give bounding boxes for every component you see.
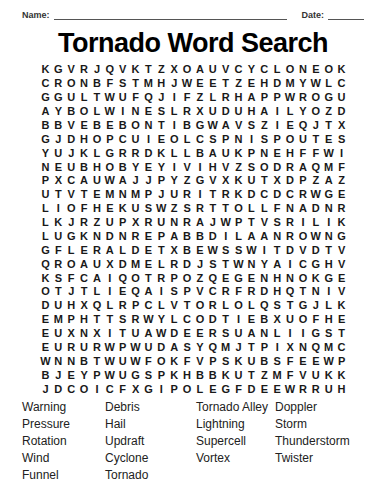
grid-cell: X bbox=[168, 243, 181, 257]
grid-cell: R bbox=[297, 188, 310, 202]
grid-cell: J bbox=[142, 174, 155, 188]
grid-cell: M bbox=[322, 341, 335, 355]
grid-cell: M bbox=[219, 341, 232, 355]
grid-cell: R bbox=[309, 382, 322, 396]
grid-cell: W bbox=[103, 174, 116, 188]
grid-cell: L bbox=[168, 313, 181, 327]
grid-cell: L bbox=[39, 202, 52, 216]
grid-cell: G bbox=[142, 382, 155, 396]
grid-cell: G bbox=[219, 382, 232, 396]
grid-cell: T bbox=[284, 299, 297, 313]
word-search-grid: KGVRJQVKTZXOAUVCYCLONEOKCRONBFSTMHJWEETZ… bbox=[39, 63, 348, 396]
name-label: Name: bbox=[22, 10, 50, 20]
grid-cell: H bbox=[91, 160, 104, 174]
grid-cell: I bbox=[168, 91, 181, 105]
grid-cell: E bbox=[142, 257, 155, 271]
grid-cell: W bbox=[103, 105, 116, 119]
grid-cell: K bbox=[52, 216, 65, 230]
grid-cell: P bbox=[129, 299, 142, 313]
grid-cell: I bbox=[271, 105, 284, 119]
grid-cell: D bbox=[309, 202, 322, 216]
grid-cell: W bbox=[206, 243, 219, 257]
grid-cell: T bbox=[219, 77, 232, 91]
grid-cell: U bbox=[142, 341, 155, 355]
grid-cell: U bbox=[52, 146, 65, 160]
grid-cell: Y bbox=[129, 160, 142, 174]
grid-cell: K bbox=[116, 202, 129, 216]
grid-cell: Z bbox=[232, 77, 245, 91]
grid-cell: D bbox=[52, 382, 65, 396]
grid-cell: U bbox=[245, 354, 258, 368]
grid-cell: N bbox=[309, 285, 322, 299]
grid-cell: X bbox=[65, 327, 78, 341]
grid-cell: K bbox=[78, 230, 91, 244]
grid-cell: V bbox=[335, 243, 348, 257]
grid-cell: V bbox=[219, 160, 232, 174]
grid-cell: T bbox=[271, 243, 284, 257]
grid-cell: R bbox=[91, 341, 104, 355]
grid-cell: Z bbox=[155, 63, 168, 77]
grid-cell: T bbox=[258, 174, 271, 188]
grid-cell: C bbox=[335, 77, 348, 91]
grid-cell: O bbox=[322, 63, 335, 77]
grid-cell: J bbox=[309, 119, 322, 133]
grid-cell: V bbox=[116, 63, 129, 77]
grid-cell: B bbox=[91, 77, 104, 91]
grid-cell: P bbox=[271, 132, 284, 146]
grid-cell: P bbox=[206, 354, 219, 368]
grid-cell: X bbox=[271, 313, 284, 327]
grid-cell: D bbox=[116, 257, 129, 271]
grid-cell: R bbox=[78, 216, 91, 230]
grid-cell: T bbox=[103, 313, 116, 327]
grid-cell: T bbox=[78, 285, 91, 299]
grid-cell: Z bbox=[322, 105, 335, 119]
grid-cell: S bbox=[245, 160, 258, 174]
grid-cell: W bbox=[129, 341, 142, 355]
grid-cell: U bbox=[232, 327, 245, 341]
grid-cell: L bbox=[322, 77, 335, 91]
grid-cell: S bbox=[181, 202, 194, 216]
grid-cell: O bbox=[181, 382, 194, 396]
grid-cell: R bbox=[116, 299, 129, 313]
grid-cell: O bbox=[297, 313, 310, 327]
grid-cell: G bbox=[322, 91, 335, 105]
grid-cell: U bbox=[309, 368, 322, 382]
grid-cell: P bbox=[297, 174, 310, 188]
grid-cell: P bbox=[168, 382, 181, 396]
grid-cell: X bbox=[91, 327, 104, 341]
grid-cell: L bbox=[271, 327, 284, 341]
grid-cell: J bbox=[155, 188, 168, 202]
grid-cell: C bbox=[335, 341, 348, 355]
grid-cell: K bbox=[335, 299, 348, 313]
grid-cell: A bbox=[219, 119, 232, 133]
grid-cell: W bbox=[39, 354, 52, 368]
grid-cell: S bbox=[322, 327, 335, 341]
grid-cell: G bbox=[194, 174, 207, 188]
grid-cell: R bbox=[219, 285, 232, 299]
grid-cell: D bbox=[245, 382, 258, 396]
grid-cell: Q bbox=[206, 341, 219, 355]
grid-cell: F bbox=[297, 146, 310, 160]
grid-cell: C bbox=[116, 132, 129, 146]
grid-cell: N bbox=[258, 146, 271, 160]
word-list-item: Cyclone bbox=[105, 450, 196, 467]
grid-cell: R bbox=[206, 299, 219, 313]
grid-cell: B bbox=[52, 119, 65, 133]
grid-cell: Q bbox=[258, 299, 271, 313]
grid-cell: S bbox=[142, 202, 155, 216]
grid-cell: E bbox=[194, 77, 207, 91]
grid-cell: O bbox=[258, 160, 271, 174]
grid-cell: H bbox=[271, 285, 284, 299]
grid-cell: T bbox=[322, 119, 335, 133]
grid-cell: N bbox=[284, 202, 297, 216]
grid-cell: L bbox=[181, 132, 194, 146]
grid-cell: N bbox=[129, 105, 142, 119]
grid-cell: H bbox=[322, 257, 335, 271]
grid-cell: U bbox=[322, 382, 335, 396]
grid-cell: J bbox=[155, 91, 168, 105]
grid-cell: G bbox=[297, 299, 310, 313]
grid-cell: U bbox=[206, 105, 219, 119]
grid-cell: N bbox=[297, 63, 310, 77]
grid-cell: G bbox=[103, 146, 116, 160]
grid-cell: U bbox=[155, 216, 168, 230]
grid-cell: N bbox=[258, 327, 271, 341]
grid-cell: C bbox=[258, 188, 271, 202]
grid-cell: D bbox=[284, 243, 297, 257]
grid-cell: I bbox=[219, 230, 232, 244]
grid-cell: P bbox=[335, 354, 348, 368]
grid-cell: A bbox=[78, 257, 91, 271]
grid-cell: W bbox=[142, 313, 155, 327]
grid-cell: C bbox=[297, 257, 310, 271]
grid-cell: S bbox=[271, 299, 284, 313]
grid-cell: O bbox=[284, 132, 297, 146]
word-list-item: Debris bbox=[105, 399, 196, 416]
grid-cell: B bbox=[78, 160, 91, 174]
grid-cell: A bbox=[245, 230, 258, 244]
grid-cell: B bbox=[181, 230, 194, 244]
grid-cell: R bbox=[219, 91, 232, 105]
grid-cell: J bbox=[91, 63, 104, 77]
grid-cell: F bbox=[335, 160, 348, 174]
grid-cell: N bbox=[322, 202, 335, 216]
grid-cell: A bbox=[91, 271, 104, 285]
grid-cell: K bbox=[232, 146, 245, 160]
grid-cell: T bbox=[206, 188, 219, 202]
grid-cell: O bbox=[297, 230, 310, 244]
grid-cell: N bbox=[52, 354, 65, 368]
grid-cell: R bbox=[181, 188, 194, 202]
grid-cell: R bbox=[181, 105, 194, 119]
grid-cell: N bbox=[271, 230, 284, 244]
grid-cell: D bbox=[335, 105, 348, 119]
grid-cell: R bbox=[168, 257, 181, 271]
grid-cell: G bbox=[335, 230, 348, 244]
grid-cell: M bbox=[142, 77, 155, 91]
grid-cell: A bbox=[142, 285, 155, 299]
grid-cell: I bbox=[194, 188, 207, 202]
grid-cell: S bbox=[52, 271, 65, 285]
grid-cell: J bbox=[194, 257, 207, 271]
grid-cell: J bbox=[206, 216, 219, 230]
grid-cell: A bbox=[194, 63, 207, 77]
grid-cell: L bbox=[91, 105, 104, 119]
grid-cell: Y bbox=[245, 63, 258, 77]
grid-cell: P bbox=[155, 174, 168, 188]
grid-cell: D bbox=[271, 188, 284, 202]
word-list-item: Twister bbox=[275, 450, 376, 467]
grid-cell: F bbox=[284, 354, 297, 368]
grid-cell: A bbox=[78, 174, 91, 188]
grid-cell: I bbox=[91, 382, 104, 396]
grid-cell: L bbox=[39, 230, 52, 244]
grid-cell: R bbox=[284, 230, 297, 244]
grid-cell: R bbox=[129, 230, 142, 244]
grid-cell: W bbox=[322, 354, 335, 368]
grid-cell: J bbox=[129, 174, 142, 188]
grid-cell: X bbox=[103, 257, 116, 271]
grid-cell: X bbox=[284, 341, 297, 355]
grid-cell: N bbox=[232, 132, 245, 146]
grid-cell: I bbox=[271, 119, 284, 133]
grid-cell: T bbox=[91, 91, 104, 105]
grid-cell: T bbox=[206, 202, 219, 216]
grid-cell: K bbox=[232, 354, 245, 368]
grid-cell: N bbox=[39, 160, 52, 174]
grid-cell: L bbox=[91, 285, 104, 299]
grid-cell: O bbox=[65, 77, 78, 91]
grid-cell: O bbox=[181, 63, 194, 77]
grid-cell: D bbox=[219, 105, 232, 119]
grid-cell: Z bbox=[335, 174, 348, 188]
grid-cell: G bbox=[39, 91, 52, 105]
grid-cell: W bbox=[181, 77, 194, 91]
word-list-column: WarningPressureRotationWindFunnel bbox=[22, 399, 105, 484]
grid-cell: U bbox=[52, 341, 65, 355]
grid-cell: O bbox=[129, 271, 142, 285]
grid-cell: B bbox=[258, 313, 271, 327]
grid-cell: I bbox=[258, 243, 271, 257]
grid-cell: L bbox=[39, 216, 52, 230]
grid-cell: B bbox=[116, 160, 129, 174]
grid-cell: P bbox=[271, 91, 284, 105]
grid-cell: S bbox=[335, 132, 348, 146]
grid-cell: T bbox=[335, 327, 348, 341]
grid-cell: Q bbox=[39, 257, 52, 271]
grid-cell: G bbox=[309, 257, 322, 271]
grid-cell: D bbox=[309, 243, 322, 257]
grid-cell: P bbox=[116, 216, 129, 230]
grid-cell: E bbox=[142, 230, 155, 244]
grid-cell: H bbox=[335, 382, 348, 396]
grid-cell: D bbox=[206, 230, 219, 244]
grid-cell: E bbox=[322, 132, 335, 146]
grid-cell: O bbox=[232, 202, 245, 216]
grid-cell: A bbox=[245, 91, 258, 105]
grid-cell: A bbox=[103, 243, 116, 257]
grid-cell: U bbox=[168, 188, 181, 202]
grid-cell: F bbox=[116, 382, 129, 396]
grid-cell: L bbox=[155, 299, 168, 313]
grid-cell: J bbox=[65, 216, 78, 230]
grid-cell: C bbox=[65, 174, 78, 188]
grid-cell: I bbox=[322, 285, 335, 299]
grid-cell: C bbox=[206, 285, 219, 299]
grid-cell: P bbox=[155, 368, 168, 382]
grid-cell: Z bbox=[258, 119, 271, 133]
grid-cell: D bbox=[206, 313, 219, 327]
grid-cell: K bbox=[168, 368, 181, 382]
grid-cell: L bbox=[322, 299, 335, 313]
grid-cell: V bbox=[232, 119, 245, 133]
grid-cell: Y bbox=[297, 77, 310, 91]
grid-cell: Z bbox=[232, 160, 245, 174]
grid-cell: H bbox=[258, 77, 271, 91]
grid-cell: U bbox=[219, 146, 232, 160]
grid-cell: U bbox=[116, 368, 129, 382]
grid-cell: Y bbox=[258, 257, 271, 271]
grid-cell: I bbox=[194, 160, 207, 174]
grid-cell: U bbox=[91, 174, 104, 188]
grid-cell: T bbox=[129, 77, 142, 91]
grid-cell: W bbox=[284, 382, 297, 396]
grid-cell: U bbox=[206, 63, 219, 77]
grid-cell: Q bbox=[103, 63, 116, 77]
grid-cell: V bbox=[168, 299, 181, 313]
grid-cell: U bbox=[129, 132, 142, 146]
grid-cell: L bbox=[271, 63, 284, 77]
grid-cell: E bbox=[103, 202, 116, 216]
grid-cell: N bbox=[297, 341, 310, 355]
grid-cell: T bbox=[309, 132, 322, 146]
grid-cell: P bbox=[39, 174, 52, 188]
grid-cell: F bbox=[181, 354, 194, 368]
grid-cell: S bbox=[181, 341, 194, 355]
grid-cell: V bbox=[194, 285, 207, 299]
grid-cell: U bbox=[116, 91, 129, 105]
grid-cell: F bbox=[309, 313, 322, 327]
word-list-item: Tornado Alley bbox=[196, 399, 275, 416]
grid-cell: Z bbox=[168, 202, 181, 216]
grid-cell: V bbox=[65, 63, 78, 77]
grid-cell: U bbox=[245, 174, 258, 188]
grid-cell: I bbox=[103, 285, 116, 299]
grid-cell: Z bbox=[91, 216, 104, 230]
grid-cell: R bbox=[155, 271, 168, 285]
grid-cell: M bbox=[322, 160, 335, 174]
grid-cell: L bbox=[181, 146, 194, 160]
grid-cell: G bbox=[194, 119, 207, 133]
grid-cell: R bbox=[297, 382, 310, 396]
grid-cell: Q bbox=[309, 341, 322, 355]
grid-cell: F bbox=[129, 91, 142, 105]
grid-cell: H bbox=[284, 146, 297, 160]
grid-cell: B bbox=[181, 243, 194, 257]
grid-cell: C bbox=[65, 382, 78, 396]
grid-cell: I bbox=[297, 327, 310, 341]
grid-cell: H bbox=[78, 313, 91, 327]
grid-cell: V bbox=[335, 285, 348, 299]
grid-cell: K bbox=[335, 216, 348, 230]
grid-cell: J bbox=[39, 382, 52, 396]
grid-cell: N bbox=[78, 327, 91, 341]
grid-cell: P bbox=[219, 132, 232, 146]
grid-cell: R bbox=[206, 327, 219, 341]
grid-cell: S bbox=[232, 243, 245, 257]
word-list-item: Updraft bbox=[105, 433, 196, 450]
grid-cell: V bbox=[194, 354, 207, 368]
grid-cell: W bbox=[309, 230, 322, 244]
grid-cell: F bbox=[52, 243, 65, 257]
grid-cell: B bbox=[258, 354, 271, 368]
grid-cell: O bbox=[232, 299, 245, 313]
grid-cell: T bbox=[142, 271, 155, 285]
grid-cell: M bbox=[284, 77, 297, 91]
grid-cell: N bbox=[245, 257, 258, 271]
grid-cell: U bbox=[65, 91, 78, 105]
grid-cell: D bbox=[245, 188, 258, 202]
grid-cell: H bbox=[245, 105, 258, 119]
grid-cell: O bbox=[194, 299, 207, 313]
grid-cell: G bbox=[39, 132, 52, 146]
grid-cell: U bbox=[91, 257, 104, 271]
grid-cell: D bbox=[39, 299, 52, 313]
grid-cell: W bbox=[206, 119, 219, 133]
grid-cell: S bbox=[116, 77, 129, 91]
grid-cell: O bbox=[194, 313, 207, 327]
word-list-item: Vortex bbox=[196, 450, 275, 467]
grid-cell: E bbox=[309, 63, 322, 77]
grid-cell: Q bbox=[309, 160, 322, 174]
grid-cell: R bbox=[78, 63, 91, 77]
grid-cell: G bbox=[65, 230, 78, 244]
grid-cell: E bbox=[206, 382, 219, 396]
grid-cell: L bbox=[168, 146, 181, 160]
grid-cell: C bbox=[78, 271, 91, 285]
grid-cell: A bbox=[245, 327, 258, 341]
grid-cell: N bbox=[91, 230, 104, 244]
grid-cell: Q bbox=[129, 285, 142, 299]
grid-cell: T bbox=[116, 327, 129, 341]
grid-cell: B bbox=[39, 368, 52, 382]
grid-cell: E bbox=[78, 119, 91, 133]
grid-cell: V bbox=[297, 243, 310, 257]
grid-cell: D bbox=[142, 146, 155, 160]
grid-cell: S bbox=[219, 243, 232, 257]
grid-cell: X bbox=[219, 174, 232, 188]
grid-cell: D bbox=[284, 174, 297, 188]
grid-cell: K bbox=[309, 271, 322, 285]
grid-cell: E bbox=[52, 160, 65, 174]
grid-cell: Y bbox=[168, 174, 181, 188]
grid-cell: E bbox=[271, 382, 284, 396]
word-list-column: DopplerStormThunderstormTwister bbox=[275, 399, 376, 484]
word-list: WarningPressureRotationWindFunnelDebrisH… bbox=[22, 399, 376, 484]
word-list-item: Funnel bbox=[22, 467, 105, 484]
grid-cell: P bbox=[65, 313, 78, 327]
grid-cell: O bbox=[309, 91, 322, 105]
grid-cell: K bbox=[335, 63, 348, 77]
grid-cell: E bbox=[39, 341, 52, 355]
grid-cell: I bbox=[232, 313, 245, 327]
grid-cell: I bbox=[322, 216, 335, 230]
grid-cell: O bbox=[181, 271, 194, 285]
grid-cell: A bbox=[258, 230, 271, 244]
